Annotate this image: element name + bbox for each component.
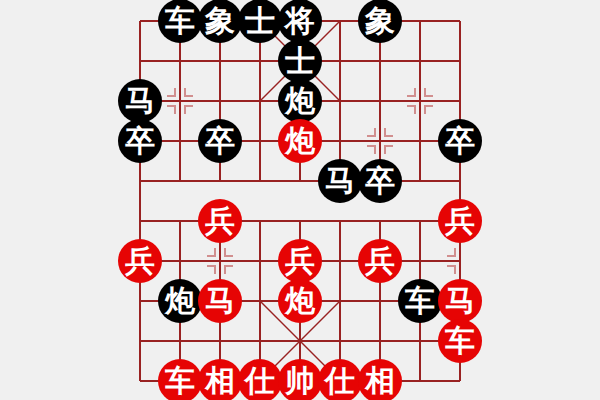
piece-black-cannon[interactable]: 炮 — [278, 79, 322, 123]
intersection[interactable] — [400, 201, 440, 241]
intersection[interactable] — [120, 1, 160, 41]
intersection[interactable] — [240, 121, 280, 161]
intersection[interactable] — [240, 321, 280, 361]
piece-red-general[interactable]: 帅 — [278, 359, 322, 400]
intersection[interactable] — [440, 161, 480, 201]
piece-black-soldier[interactable]: 卒 — [198, 119, 242, 163]
intersection[interactable] — [400, 121, 440, 161]
intersection[interactable] — [440, 41, 480, 81]
intersection[interactable] — [280, 321, 320, 361]
intersection[interactable] — [240, 161, 280, 201]
piece-red-soldier[interactable]: 兵 — [278, 239, 322, 283]
intersection[interactable] — [320, 41, 360, 81]
intersection[interactable] — [160, 161, 200, 201]
piece-red-chariot[interactable]: 车 — [158, 359, 202, 400]
intersection[interactable] — [360, 81, 400, 121]
piece-black-chariot[interactable]: 车 — [158, 0, 202, 43]
piece-black-elephant[interactable]: 象 — [358, 0, 402, 43]
piece-black-soldier[interactable]: 卒 — [438, 119, 482, 163]
intersection[interactable] — [360, 321, 400, 361]
piece-red-cannon[interactable]: 炮 — [278, 119, 322, 163]
intersection[interactable] — [400, 1, 440, 41]
intersection[interactable] — [400, 361, 440, 400]
piece-red-horse[interactable]: 马 — [198, 279, 242, 323]
piece-red-soldier[interactable]: 兵 — [438, 199, 482, 243]
piece-black-soldier[interactable]: 卒 — [358, 159, 402, 203]
intersection[interactable] — [400, 241, 440, 281]
intersection[interactable] — [440, 81, 480, 121]
piece-red-soldier[interactable]: 兵 — [198, 199, 242, 243]
piece-red-advisor[interactable]: 仕 — [238, 359, 282, 400]
intersection[interactable] — [320, 241, 360, 281]
intersection[interactable] — [440, 1, 480, 41]
intersection[interactable] — [440, 361, 480, 400]
intersection[interactable] — [160, 81, 200, 121]
intersection[interactable] — [280, 161, 320, 201]
intersection[interactable] — [240, 81, 280, 121]
intersection[interactable] — [360, 121, 400, 161]
piece-red-soldier[interactable]: 兵 — [358, 239, 402, 283]
intersection[interactable] — [200, 41, 240, 81]
piece-red-soldier[interactable]: 兵 — [118, 239, 162, 283]
xiangqi-board[interactable]: 车象士将象士马炮卒卒炮卒马卒兵兵兵兵兵炮马炮车马车车相仕帅仕相 — [120, 1, 480, 400]
piece-black-elephant[interactable]: 象 — [198, 0, 242, 43]
piece-black-general[interactable]: 将 — [278, 0, 322, 43]
piece-black-soldier[interactable]: 卒 — [118, 119, 162, 163]
piece-red-horse[interactable]: 马 — [438, 279, 482, 323]
intersection[interactable] — [200, 321, 240, 361]
intersection[interactable] — [400, 81, 440, 121]
intersection[interactable] — [120, 41, 160, 81]
intersection[interactable] — [320, 121, 360, 161]
intersection[interactable] — [400, 321, 440, 361]
intersection[interactable] — [320, 321, 360, 361]
piece-black-horse[interactable]: 马 — [318, 159, 362, 203]
intersection[interactable] — [240, 241, 280, 281]
intersection[interactable] — [320, 1, 360, 41]
intersection[interactable] — [240, 41, 280, 81]
intersection[interactable] — [120, 361, 160, 400]
piece-red-elephant[interactable]: 相 — [198, 359, 242, 400]
intersection[interactable] — [120, 281, 160, 321]
intersection[interactable] — [320, 281, 360, 321]
intersection[interactable] — [160, 321, 200, 361]
intersection[interactable] — [120, 161, 160, 201]
intersection[interactable] — [160, 41, 200, 81]
intersection[interactable] — [360, 201, 400, 241]
piece-black-advisor[interactable]: 士 — [238, 0, 282, 43]
piece-black-advisor[interactable]: 士 — [278, 39, 322, 83]
intersection[interactable] — [320, 201, 360, 241]
intersection[interactable] — [240, 201, 280, 241]
xiangqi-screenshot: 车象士将象士马炮卒卒炮卒马卒兵兵兵兵兵炮马炮车马车车相仕帅仕相 — [0, 0, 600, 400]
piece-red-chariot[interactable]: 车 — [438, 319, 482, 363]
piece-red-advisor[interactable]: 仕 — [318, 359, 362, 400]
piece-black-horse[interactable]: 马 — [118, 79, 162, 123]
piece-red-cannon[interactable]: 炮 — [278, 279, 322, 323]
intersection[interactable] — [400, 161, 440, 201]
intersection[interactable] — [200, 161, 240, 201]
intersection[interactable] — [360, 41, 400, 81]
intersection[interactable] — [280, 201, 320, 241]
intersection[interactable] — [320, 81, 360, 121]
intersection[interactable] — [440, 241, 480, 281]
intersection[interactable] — [240, 281, 280, 321]
intersection[interactable] — [200, 241, 240, 281]
intersection[interactable] — [120, 201, 160, 241]
intersection[interactable] — [160, 201, 200, 241]
intersection[interactable] — [160, 241, 200, 281]
intersection[interactable] — [200, 81, 240, 121]
intersection[interactable] — [120, 321, 160, 361]
piece-red-elephant[interactable]: 相 — [358, 359, 402, 400]
intersection[interactable] — [360, 281, 400, 321]
intersection[interactable] — [400, 41, 440, 81]
piece-black-cannon[interactable]: 炮 — [158, 279, 202, 323]
intersection[interactable] — [160, 121, 200, 161]
piece-black-chariot[interactable]: 车 — [398, 279, 442, 323]
